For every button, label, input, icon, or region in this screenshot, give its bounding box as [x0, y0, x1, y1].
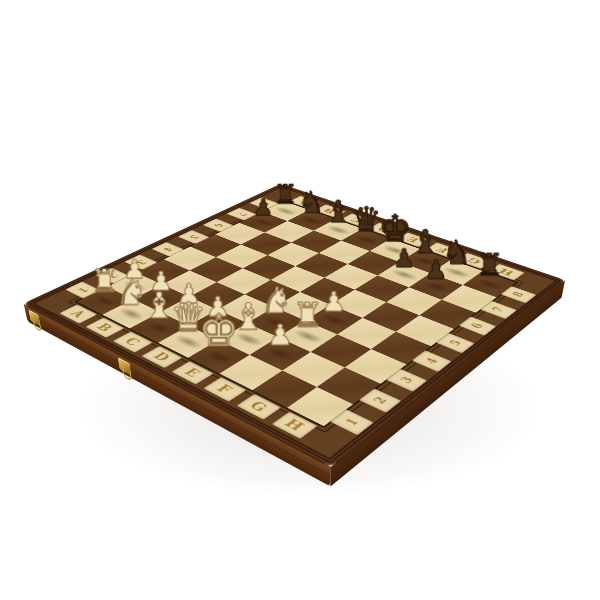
piece-white-king-e1[interactable]: ♚	[194, 303, 243, 356]
board-face: AABBCCDDEEFFGGHH1122334455667788♜♞♝♛♚♝♞♜…	[24, 184, 565, 467]
piece-black-pawn-g7[interactable]: ♟	[414, 252, 458, 286]
piece-black-pawn-a7[interactable]: ♟	[244, 192, 283, 222]
product-photo-chess-set: AABBCCDDEEFFGGHH1122334455667788♜♞♝♛♚♝♞♜…	[0, 0, 600, 600]
scene: AABBCCDDEEFFGGHH1122334455667788♜♞♝♛♚♝♞♜…	[0, 0, 600, 600]
chess-box: AABBCCDDEEFFGGHH1122334455667788♜♞♝♛♚♝♞♜…	[24, 184, 565, 467]
piece-white-pawn-f2[interactable]: ♟	[256, 316, 305, 354]
piece-black-rook-h8[interactable]: ♜	[468, 245, 511, 283]
